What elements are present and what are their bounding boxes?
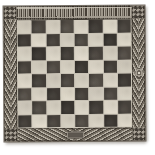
square-d6[interactable] xyxy=(61,47,74,60)
square-h3[interactable] xyxy=(118,87,131,100)
square-c2[interactable] xyxy=(47,101,60,114)
square-b5[interactable] xyxy=(32,61,45,74)
square-d2[interactable] xyxy=(61,101,74,114)
square-g3[interactable] xyxy=(104,87,117,100)
square-f6[interactable] xyxy=(89,47,102,60)
square-e2[interactable] xyxy=(75,101,88,114)
square-b4[interactable] xyxy=(32,74,45,87)
square-h4[interactable] xyxy=(118,74,131,87)
square-h1[interactable] xyxy=(118,114,131,127)
square-f3[interactable] xyxy=(89,87,102,100)
square-h7[interactable] xyxy=(117,33,130,46)
square-e8[interactable] xyxy=(75,20,88,33)
square-a6[interactable] xyxy=(18,47,31,60)
square-g4[interactable] xyxy=(104,74,117,87)
square-c4[interactable] xyxy=(47,74,60,87)
frame-corner-bottom-left-rosette xyxy=(4,128,17,141)
board-grid xyxy=(17,19,133,129)
square-c5[interactable] xyxy=(46,61,59,74)
square-f5[interactable] xyxy=(89,60,102,73)
frame-laurel-band-bottom xyxy=(17,128,132,142)
square-c1[interactable] xyxy=(47,115,60,128)
square-a8[interactable] xyxy=(18,20,31,33)
square-d5[interactable] xyxy=(61,61,74,74)
square-f7[interactable] xyxy=(89,33,102,46)
frame-corner-bottom-right-rosette xyxy=(132,128,145,141)
frame-laurel-band-left xyxy=(4,19,18,128)
square-d8[interactable] xyxy=(60,20,73,33)
square-d7[interactable] xyxy=(60,34,73,47)
square-b2[interactable] xyxy=(32,101,45,114)
square-g5[interactable] xyxy=(103,60,116,73)
square-g7[interactable] xyxy=(103,33,116,46)
frame-inscription-band xyxy=(17,6,132,20)
square-a1[interactable] xyxy=(18,115,31,128)
square-b7[interactable] xyxy=(32,34,45,47)
square-g8[interactable] xyxy=(103,20,116,33)
square-a4[interactable] xyxy=(18,74,31,87)
square-b3[interactable] xyxy=(32,88,45,101)
square-h2[interactable] xyxy=(118,101,131,114)
square-a5[interactable] xyxy=(18,61,31,74)
square-f8[interactable] xyxy=(89,20,102,33)
photo-background xyxy=(0,0,155,155)
frame-medallion-icon xyxy=(135,68,142,79)
square-g1[interactable] xyxy=(104,114,117,127)
square-h6[interactable] xyxy=(118,47,131,60)
maker-plaque xyxy=(66,131,83,138)
square-b8[interactable] xyxy=(32,20,45,33)
square-c6[interactable] xyxy=(46,47,59,60)
frame-corner-top-right-rosette xyxy=(132,6,145,19)
square-h5[interactable] xyxy=(118,60,131,73)
square-h8[interactable] xyxy=(117,20,130,33)
square-e3[interactable] xyxy=(75,87,88,100)
square-a7[interactable] xyxy=(18,34,31,47)
square-c8[interactable] xyxy=(46,20,59,33)
square-f1[interactable] xyxy=(90,114,103,127)
frame-corner-top-left-rosette xyxy=(4,6,17,19)
square-b6[interactable] xyxy=(32,47,45,60)
square-e1[interactable] xyxy=(75,114,88,127)
square-g2[interactable] xyxy=(104,101,117,114)
square-e7[interactable] xyxy=(75,33,88,46)
square-e4[interactable] xyxy=(75,74,88,87)
chessboard xyxy=(4,6,146,142)
square-g6[interactable] xyxy=(103,47,116,60)
square-e6[interactable] xyxy=(75,47,88,60)
square-d3[interactable] xyxy=(61,88,74,101)
square-a2[interactable] xyxy=(18,101,31,114)
frame-laurel-band-right xyxy=(132,19,146,128)
square-c7[interactable] xyxy=(46,34,59,47)
square-e5[interactable] xyxy=(75,60,88,73)
square-d4[interactable] xyxy=(61,74,74,87)
square-d1[interactable] xyxy=(61,115,74,128)
square-b1[interactable] xyxy=(33,115,46,128)
square-f4[interactable] xyxy=(89,74,102,87)
square-f2[interactable] xyxy=(89,101,102,114)
square-a3[interactable] xyxy=(18,88,31,101)
square-c3[interactable] xyxy=(47,88,60,101)
